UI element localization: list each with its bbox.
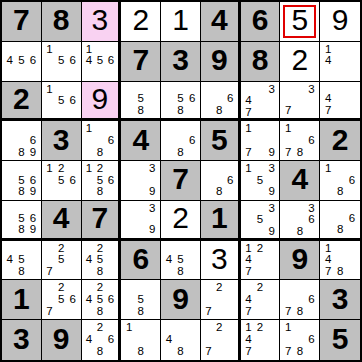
cell-r9c9[interactable]: 5 xyxy=(320,320,360,360)
cell-r1c8[interactable]: 5 xyxy=(280,2,320,42)
pencil-marks: 12568 xyxy=(84,163,117,198)
candidate-6: 6 xyxy=(346,213,358,225)
candidate-empty-slot xyxy=(44,107,56,117)
candidate-empty-slot xyxy=(266,123,278,135)
cell-r3c3[interactable]: 9 xyxy=(82,82,122,122)
candidate-empty-slot xyxy=(306,105,318,117)
cell-r8c5[interactable]: 9 xyxy=(161,280,201,320)
candidate-empty-slot xyxy=(67,254,79,266)
candidate-empty-slot xyxy=(254,123,266,135)
candidate-empty-slot xyxy=(163,123,175,135)
pencil-marks: 47 xyxy=(322,84,358,117)
candidate-empty-slot xyxy=(67,266,79,278)
candidate-empty-slot xyxy=(16,135,28,147)
cell-r2c2[interactable]: 156 xyxy=(42,42,82,82)
candidate-empty-slot xyxy=(254,266,266,278)
candidate-empty-slot xyxy=(266,346,278,358)
cell-r1c2[interactable]: 8 xyxy=(42,2,82,42)
candidate-1: 1 xyxy=(322,163,334,175)
candidate-7: 7 xyxy=(282,147,294,159)
candidate-empty-slot xyxy=(44,67,56,79)
cell-r7c8[interactable]: 9 xyxy=(280,241,320,281)
given-digit: 3 xyxy=(332,284,349,316)
candidate-6: 6 xyxy=(105,135,116,147)
cell-r4c4[interactable]: 4 xyxy=(121,121,161,161)
candidate-empty-slot xyxy=(346,186,358,198)
candidate-empty-slot xyxy=(214,306,225,318)
candidate-empty-slot xyxy=(27,163,39,175)
candidate-5: 5 xyxy=(55,95,67,107)
cell-r2c3[interactable]: 1456 xyxy=(82,42,122,82)
candidate-empty-slot xyxy=(123,294,135,306)
given-digit: 9 xyxy=(53,324,70,356)
cell-r5c4[interactable]: 39 xyxy=(121,161,161,201)
cell-r4c5[interactable]: 68 xyxy=(161,121,201,161)
cell-r2c5[interactable]: 3 xyxy=(161,42,201,82)
candidate-empty-slot xyxy=(94,123,105,135)
candidate-empty-slot xyxy=(4,123,16,135)
cell-r2c7[interactable]: 8 xyxy=(241,42,281,82)
cell-r9c3[interactable]: 2468 xyxy=(82,320,122,360)
candidate-8: 8 xyxy=(94,266,105,278)
candidate-empty-slot xyxy=(306,226,318,238)
candidate-empty-slot xyxy=(254,147,266,159)
candidate-empty-slot xyxy=(16,163,28,175)
candidate-empty-slot xyxy=(4,175,16,187)
cell-r5c8[interactable]: 4 xyxy=(280,161,320,201)
candidate-empty-slot xyxy=(266,243,278,255)
candidate-1: 1 xyxy=(44,163,56,175)
cell-r2c1[interactable]: 456 xyxy=(2,42,42,82)
candidate-empty-slot xyxy=(294,105,306,117)
cell-r4c2[interactable]: 3 xyxy=(42,121,82,161)
solved-digit: 2 xyxy=(172,203,189,235)
candidate-8: 8 xyxy=(175,147,187,159)
candidate-8: 8 xyxy=(16,186,28,198)
candidate-empty-slot xyxy=(282,334,294,346)
candidate-empty-slot xyxy=(186,105,198,117)
candidate-empty-slot xyxy=(123,105,135,117)
candidate-empty-slot xyxy=(254,306,266,318)
pencil-marks: 1678 xyxy=(282,123,317,158)
cell-r9c6[interactable]: 27 xyxy=(201,320,241,360)
cell-r1c4[interactable]: 2 xyxy=(121,2,161,42)
candidate-4: 4 xyxy=(84,55,95,67)
cell-r9c5[interactable]: 48 xyxy=(161,320,201,360)
candidate-empty-slot xyxy=(44,175,56,187)
candidate-6: 6 xyxy=(105,294,116,306)
candidate-empty-slot xyxy=(67,186,79,198)
candidate-empty-slot xyxy=(294,203,306,215)
cell-r7c5[interactable]: 458 xyxy=(161,241,201,281)
candidate-empty-slot xyxy=(147,322,159,334)
candidate-empty-slot xyxy=(334,163,346,175)
candidate-6: 6 xyxy=(67,294,79,306)
candidate-9: 9 xyxy=(27,147,39,159)
candidate-empty-slot xyxy=(203,282,214,294)
candidate-empty-slot xyxy=(306,322,318,334)
cell-r4c7[interactable]: 179 xyxy=(241,121,281,161)
cell-r2c9[interactable]: 14 xyxy=(320,42,360,82)
candidate-5: 5 xyxy=(254,175,266,187)
candidate-2: 2 xyxy=(254,243,266,255)
cell-r7c3[interactable]: 2458 xyxy=(82,241,122,281)
candidate-empty-slot xyxy=(254,254,266,266)
candidate-6: 6 xyxy=(186,93,198,105)
candidate-empty-slot xyxy=(334,93,346,105)
candidate-8: 8 xyxy=(16,266,28,278)
pencil-marks: 168 xyxy=(84,123,117,158)
cell-r3c4[interactable]: 58 xyxy=(121,82,161,122)
pencil-marks: 1247 xyxy=(243,322,278,358)
candidate-empty-slot xyxy=(175,135,187,147)
pencil-marks: 458 xyxy=(163,243,198,278)
solved-digit: 1 xyxy=(172,5,189,37)
candidate-8: 8 xyxy=(135,346,147,358)
candidate-empty-slot xyxy=(67,107,79,117)
cell-r6c2[interactable]: 4 xyxy=(42,201,82,241)
cell-r1c9[interactable]: 9 xyxy=(320,2,360,42)
candidate-empty-slot xyxy=(243,214,255,226)
cell-r8c4[interactable]: 58 xyxy=(121,280,161,320)
candidate-empty-slot xyxy=(203,322,214,334)
candidate-empty-slot xyxy=(322,175,334,187)
candidate-empty-slot xyxy=(214,84,225,94)
cell-r1c3[interactable]: 3 xyxy=(82,2,122,42)
candidate-empty-slot xyxy=(105,322,116,334)
candidate-empty-slot xyxy=(334,203,346,213)
cell-r2c6[interactable]: 9 xyxy=(201,42,241,82)
candidate-8: 8 xyxy=(94,306,105,318)
given-digit: 8 xyxy=(252,45,269,77)
candidate-empty-slot xyxy=(135,334,147,346)
candidate-empty-slot xyxy=(163,147,175,159)
cell-r9c8[interactable]: 1678 xyxy=(280,320,320,360)
candidate-7: 7 xyxy=(243,346,255,358)
candidate-empty-slot xyxy=(123,306,135,318)
candidate-8: 8 xyxy=(135,105,147,117)
pencil-marks: 14 xyxy=(322,44,358,79)
cell-r4c1[interactable]: 689 xyxy=(2,121,42,161)
pencil-marks: 368 xyxy=(282,203,317,236)
candidate-empty-slot xyxy=(105,147,116,159)
candidate-empty-slot xyxy=(163,346,175,358)
cell-r8c9[interactable]: 3 xyxy=(320,280,360,320)
candidate-1: 1 xyxy=(123,322,135,334)
cell-r1c1[interactable]: 7 xyxy=(2,2,42,42)
pencil-marks: 179 xyxy=(243,123,278,158)
candidate-empty-slot xyxy=(203,84,214,94)
cell-r5c2[interactable]: 1256 xyxy=(42,161,82,201)
candidate-empty-slot xyxy=(105,186,116,198)
given-digit: 9 xyxy=(172,284,189,316)
cell-r5c3[interactable]: 12568 xyxy=(82,161,122,201)
cell-r4c3[interactable]: 168 xyxy=(82,121,122,161)
cell-r9c2[interactable]: 9 xyxy=(42,320,82,360)
given-digit: 4 xyxy=(291,164,308,196)
candidate-empty-slot xyxy=(147,346,159,358)
pencil-marks: 458 xyxy=(4,243,39,278)
candidate-empty-slot xyxy=(266,334,278,346)
candidate-empty-slot xyxy=(44,294,56,306)
candidate-6: 6 xyxy=(27,135,39,147)
cell-r7c7[interactable]: 1247 xyxy=(241,241,281,281)
candidate-empty-slot xyxy=(147,105,159,117)
candidate-empty-slot xyxy=(123,282,135,294)
cell-r8c7[interactable]: 247 xyxy=(241,280,281,320)
candidate-empty-slot xyxy=(55,67,67,79)
given-digit: 3 xyxy=(172,45,189,77)
candidate-6: 6 xyxy=(306,214,318,226)
cell-r6c7[interactable]: 359 xyxy=(241,201,281,241)
given-digit: 4 xyxy=(132,125,149,157)
candidate-5: 5 xyxy=(135,294,147,306)
cell-r8c3[interactable]: 24568 xyxy=(82,280,122,320)
candidate-4: 4 xyxy=(322,55,334,67)
cell-r5c5[interactable]: 7 xyxy=(161,161,201,201)
given-digit: 1 xyxy=(211,203,228,235)
candidate-empty-slot xyxy=(163,93,175,105)
candidate-empty-slot xyxy=(322,224,334,236)
candidate-1: 1 xyxy=(44,84,56,96)
pencil-marks: 48 xyxy=(163,322,198,358)
candidate-empty-slot xyxy=(123,203,135,215)
cell-r9c4[interactable]: 18 xyxy=(121,320,161,360)
candidate-empty-slot xyxy=(282,84,294,96)
candidate-empty-slot xyxy=(214,163,225,175)
cell-r3c1[interactable]: 2 xyxy=(2,82,42,122)
candidate-8: 8 xyxy=(334,266,346,278)
candidate-empty-slot xyxy=(105,306,116,318)
candidate-7: 7 xyxy=(282,346,294,358)
given-digit: 9 xyxy=(291,244,308,276)
cell-r5c7[interactable]: 1359 xyxy=(241,161,281,201)
candidate-2: 2 xyxy=(94,322,105,334)
cell-r7c9[interactable]: 1478 xyxy=(320,241,360,281)
candidate-empty-slot xyxy=(123,93,135,105)
cell-r5c1[interactable]: 5689 xyxy=(2,161,42,201)
candidate-empty-slot xyxy=(84,322,95,334)
pencil-marks: 678 xyxy=(282,282,317,317)
candidate-7: 7 xyxy=(203,346,214,358)
candidate-empty-slot xyxy=(44,282,56,294)
candidate-empty-slot xyxy=(147,84,159,94)
candidate-2: 2 xyxy=(254,282,266,294)
candidate-empty-slot xyxy=(84,266,95,278)
cell-r6c1[interactable]: 5689 xyxy=(2,201,42,241)
candidate-empty-slot xyxy=(294,322,306,334)
cell-r3c8[interactable]: 37 xyxy=(280,82,320,122)
given-digit: 2 xyxy=(13,84,30,116)
cell-r5c6[interactable]: 68 xyxy=(201,161,241,201)
candidate-empty-slot xyxy=(294,123,306,135)
candidate-empty-slot xyxy=(105,163,116,175)
candidate-7: 7 xyxy=(203,306,214,318)
candidate-empty-slot xyxy=(254,107,266,119)
candidate-empty-slot xyxy=(84,306,95,318)
candidate-empty-slot xyxy=(254,334,266,346)
candidate-empty-slot xyxy=(243,203,255,215)
solved-digit: 3 xyxy=(211,244,228,276)
candidate-5: 5 xyxy=(55,175,67,187)
candidate-4: 4 xyxy=(243,294,255,306)
cell-r1c5[interactable]: 1 xyxy=(161,2,201,42)
cell-r3c2[interactable]: 156 xyxy=(42,82,82,122)
candidate-empty-slot xyxy=(4,135,16,147)
candidate-6: 6 xyxy=(67,95,79,107)
candidate-empty-slot xyxy=(266,135,278,147)
cell-r6c5[interactable]: 2 xyxy=(161,201,201,241)
candidate-empty-slot xyxy=(243,226,255,238)
cell-r5c9[interactable]: 168 xyxy=(320,161,360,201)
candidate-7: 7 xyxy=(282,105,294,117)
candidate-3: 3 xyxy=(266,84,278,96)
candidate-8: 8 xyxy=(175,105,187,117)
candidate-empty-slot xyxy=(186,254,198,266)
candidate-empty-slot xyxy=(203,294,214,306)
cell-r1c6[interactable]: 4 xyxy=(201,2,241,42)
candidate-empty-slot xyxy=(346,243,358,255)
candidate-empty-slot xyxy=(55,107,67,117)
candidate-empty-slot xyxy=(186,243,198,255)
candidate-empty-slot xyxy=(67,243,79,255)
candidate-4: 4 xyxy=(243,334,255,346)
candidate-empty-slot xyxy=(322,67,334,79)
cell-r7c4[interactable]: 6 xyxy=(121,241,161,281)
candidate-8: 8 xyxy=(135,306,147,318)
cell-r9c1[interactable]: 3 xyxy=(2,320,42,360)
pencil-marks: 37 xyxy=(282,84,317,117)
pencil-marks: 1256 xyxy=(44,163,79,198)
candidate-1: 1 xyxy=(243,163,255,175)
candidate-empty-slot xyxy=(214,346,225,358)
candidate-empty-slot xyxy=(266,294,278,306)
candidate-empty-slot xyxy=(254,163,266,175)
candidate-6: 6 xyxy=(105,334,116,346)
cell-r4c8[interactable]: 1678 xyxy=(280,121,320,161)
pencil-marks: 58 xyxy=(123,282,158,317)
candidate-7: 7 xyxy=(322,105,334,117)
candidate-2: 2 xyxy=(94,163,105,175)
candidate-empty-slot xyxy=(282,135,294,147)
candidate-empty-slot xyxy=(16,123,28,135)
candidate-empty-slot xyxy=(44,55,56,67)
candidate-empty-slot xyxy=(225,186,236,198)
candidate-empty-slot xyxy=(346,55,358,67)
candidate-empty-slot xyxy=(203,93,214,105)
candidate-empty-slot xyxy=(266,322,278,334)
candidate-empty-slot xyxy=(346,163,358,175)
cell-r3c7[interactable]: 347 xyxy=(241,82,281,122)
cell-r3c6[interactable]: 68 xyxy=(201,82,241,122)
candidate-empty-slot xyxy=(27,67,39,79)
cell-r6c8[interactable]: 368 xyxy=(280,201,320,241)
candidate-8: 8 xyxy=(334,186,346,198)
cell-r8c1[interactable]: 1 xyxy=(2,280,42,320)
candidate-6: 6 xyxy=(346,175,358,187)
candidate-4: 4 xyxy=(4,254,16,266)
cell-r2c4[interactable]: 7 xyxy=(121,42,161,82)
candidate-4: 4 xyxy=(84,294,95,306)
candidate-9: 9 xyxy=(147,186,159,198)
candidate-empty-slot xyxy=(123,214,135,224)
candidate-5: 5 xyxy=(94,55,105,67)
candidate-empty-slot xyxy=(266,95,278,107)
solved-digit: 9 xyxy=(92,84,109,116)
given-digit: 7 xyxy=(172,164,189,196)
candidate-empty-slot xyxy=(123,175,135,187)
candidate-empty-slot xyxy=(203,186,214,198)
pencil-marks: 68 xyxy=(203,163,236,198)
pencil-marks: 1678 xyxy=(282,322,317,358)
cell-r6c3[interactable]: 7 xyxy=(82,201,122,241)
candidate-empty-slot xyxy=(44,186,56,198)
candidate-empty-slot xyxy=(4,147,16,159)
candidate-8: 8 xyxy=(214,186,225,198)
candidate-empty-slot xyxy=(214,334,225,346)
pencil-marks: 27 xyxy=(203,322,236,358)
cell-r2c8[interactable]: 2 xyxy=(280,42,320,82)
candidate-6: 6 xyxy=(105,55,116,67)
candidate-6: 6 xyxy=(306,334,318,346)
cell-r3c9[interactable]: 47 xyxy=(320,82,360,122)
cell-r8c8[interactable]: 678 xyxy=(280,280,320,320)
cell-r7c2[interactable]: 257 xyxy=(42,241,82,281)
cell-r6c4[interactable]: 39 xyxy=(121,201,161,241)
candidate-8: 8 xyxy=(175,266,187,278)
cell-r3c5[interactable]: 568 xyxy=(161,82,201,122)
cell-r4c6[interactable]: 5 xyxy=(201,121,241,161)
given-digit: 7 xyxy=(13,5,30,37)
candidate-empty-slot xyxy=(334,84,346,94)
cell-r4c9[interactable]: 2 xyxy=(320,121,360,161)
candidate-empty-slot xyxy=(346,84,358,94)
candidate-4: 4 xyxy=(243,95,255,107)
candidate-empty-slot xyxy=(4,266,16,278)
candidate-empty-slot xyxy=(67,67,79,79)
cell-r1c7[interactable]: 6 xyxy=(241,2,281,42)
pencil-marks: 24568 xyxy=(84,282,117,317)
candidate-empty-slot xyxy=(266,254,278,266)
candidate-empty-slot xyxy=(334,105,346,117)
given-digit: 4 xyxy=(53,203,70,235)
cell-r8c6[interactable]: 27 xyxy=(201,280,241,320)
cell-r9c7[interactable]: 1247 xyxy=(241,320,281,360)
candidate-7: 7 xyxy=(243,266,255,278)
cell-r6c6[interactable]: 1 xyxy=(201,201,241,241)
cell-r7c6[interactable]: 3 xyxy=(201,241,241,281)
candidate-empty-slot xyxy=(147,306,159,318)
given-digit: 3 xyxy=(53,125,70,157)
candidate-empty-slot xyxy=(135,163,147,175)
candidate-empty-slot xyxy=(346,67,358,79)
cell-r6c9[interactable]: 68 xyxy=(320,201,360,241)
cell-r7c1[interactable]: 458 xyxy=(2,241,42,281)
candidate-empty-slot xyxy=(27,266,39,278)
pencil-marks: 156 xyxy=(44,44,79,79)
candidate-empty-slot xyxy=(225,105,236,117)
pencil-marks: 168 xyxy=(322,163,358,198)
candidate-empty-slot xyxy=(225,282,236,294)
candidate-4: 4 xyxy=(4,55,16,67)
pencil-marks: 1247 xyxy=(243,243,278,278)
cell-r8c2[interactable]: 2567 xyxy=(42,280,82,320)
candidate-empty-slot xyxy=(306,147,318,159)
candidate-4: 4 xyxy=(84,254,95,266)
candidate-empty-slot xyxy=(163,105,175,117)
given-digit: 8 xyxy=(53,5,70,37)
pencil-marks: 1359 xyxy=(243,163,278,198)
